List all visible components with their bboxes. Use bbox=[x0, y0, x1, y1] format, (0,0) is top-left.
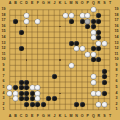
black-stone-B5 bbox=[13, 85, 18, 90]
black-stone-E4 bbox=[30, 91, 35, 96]
go-board bbox=[7, 7, 113, 113]
black-stone-C3 bbox=[19, 96, 24, 101]
black-stone-C12 bbox=[19, 46, 24, 51]
black-stone-H3 bbox=[46, 96, 51, 101]
star-point bbox=[59, 93, 60, 94]
white-stone-M18 bbox=[69, 13, 74, 18]
black-stone-M17 bbox=[69, 19, 74, 24]
white-stone-Q6 bbox=[91, 80, 96, 85]
black-stone-R14 bbox=[96, 35, 101, 40]
row-labels-left: 19181716151413121110987654321 bbox=[1, 7, 7, 113]
white-stone-M9 bbox=[69, 63, 74, 68]
black-stone-C5 bbox=[19, 85, 24, 90]
black-stone-F2 bbox=[35, 102, 40, 107]
white-stone-R4 bbox=[96, 91, 101, 96]
white-stone-A5 bbox=[7, 85, 12, 90]
black-stone-J7 bbox=[52, 74, 57, 79]
white-stone-D18 bbox=[24, 13, 29, 18]
white-stone-E5 bbox=[30, 85, 35, 90]
black-stone-D5 bbox=[24, 85, 29, 90]
white-stone-Q7 bbox=[91, 74, 96, 79]
black-stone-O2 bbox=[80, 102, 85, 107]
black-stone-E2 bbox=[30, 102, 35, 107]
black-stone-N2 bbox=[74, 102, 79, 107]
white-stone-B4 bbox=[13, 91, 18, 96]
coord-label: 1 bbox=[1, 107, 7, 113]
white-stone-F17 bbox=[35, 19, 40, 24]
coord-label: T bbox=[107, 1, 113, 6]
black-stone-R10 bbox=[96, 57, 101, 62]
black-stone-J3 bbox=[52, 96, 57, 101]
white-stone-P11 bbox=[85, 52, 90, 57]
white-stone-P18 bbox=[85, 13, 90, 18]
coord-label: T bbox=[107, 114, 113, 119]
star-point bbox=[26, 59, 27, 60]
black-stone-S4 bbox=[102, 91, 107, 96]
black-stone-Q10 bbox=[91, 57, 96, 62]
white-stone-B3 bbox=[13, 96, 18, 101]
white-stone-R13 bbox=[96, 41, 101, 46]
black-stone-P16 bbox=[85, 24, 90, 29]
white-stone-N12 bbox=[74, 46, 79, 51]
black-stone-D6 bbox=[24, 80, 29, 85]
coord-label: 1 bbox=[113, 107, 119, 113]
white-stone-O18 bbox=[80, 13, 85, 18]
black-stone-D3 bbox=[24, 96, 29, 101]
white-stone-Q14 bbox=[91, 35, 96, 40]
star-point bbox=[59, 26, 60, 27]
black-stone-S7 bbox=[102, 74, 107, 79]
black-stone-Q17 bbox=[91, 19, 96, 24]
black-stone-C6 bbox=[19, 80, 24, 85]
black-stone-C4 bbox=[19, 91, 24, 96]
black-stone-D4 bbox=[24, 91, 29, 96]
intersection-T1[interactable] bbox=[107, 107, 113, 113]
white-stone-S13 bbox=[102, 41, 107, 46]
star-point bbox=[26, 26, 27, 27]
black-stone-B17 bbox=[13, 19, 18, 24]
black-stone-C15 bbox=[19, 30, 24, 35]
white-stone-F4 bbox=[35, 91, 40, 96]
white-stone-D17 bbox=[24, 19, 29, 24]
white-stone-Q15 bbox=[91, 30, 96, 35]
white-stone-Q11 bbox=[91, 52, 96, 57]
black-stone-M13 bbox=[69, 41, 74, 46]
black-stone-R17 bbox=[96, 19, 101, 24]
black-stone-Q12 bbox=[91, 46, 96, 51]
white-stone-Q4 bbox=[91, 91, 96, 96]
black-stone-N13 bbox=[74, 41, 79, 46]
white-stone-L18 bbox=[63, 13, 68, 18]
white-stone-Q19 bbox=[91, 7, 96, 12]
black-stone-D2 bbox=[24, 102, 29, 107]
white-stone-O12 bbox=[80, 46, 85, 51]
black-stone-R15 bbox=[96, 30, 101, 35]
black-stone-S6 bbox=[102, 80, 107, 85]
black-stone-G2 bbox=[41, 102, 46, 107]
white-stone-A4 bbox=[7, 91, 12, 96]
black-stone-R18 bbox=[96, 13, 101, 18]
column-labels-bottom: ABCDEFGHJKLMNOPQRST bbox=[7, 114, 113, 119]
white-stone-F5 bbox=[35, 85, 40, 90]
black-stone-S8 bbox=[102, 69, 107, 74]
star-point bbox=[59, 59, 60, 60]
white-stone-F3 bbox=[35, 96, 40, 101]
gray-marked-stone-P17 bbox=[85, 19, 90, 24]
row-labels-right: 19181716151413121110987654321 bbox=[113, 7, 119, 113]
white-stone-R2 bbox=[96, 102, 101, 107]
black-stone-R12 bbox=[96, 46, 101, 51]
black-stone-Q16 bbox=[91, 24, 96, 29]
white-stone-S2 bbox=[102, 102, 107, 107]
black-stone-E3 bbox=[30, 96, 35, 101]
column-labels-top: ABCDEFGHJKLMNOPQRST bbox=[7, 1, 113, 6]
black-stone-O17 bbox=[80, 19, 85, 24]
